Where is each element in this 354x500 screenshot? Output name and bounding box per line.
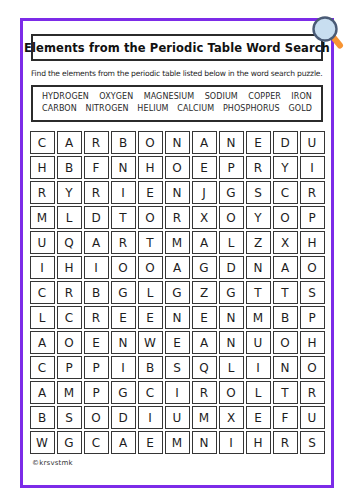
grid-cell[interactable]: M: [246, 306, 271, 329]
grid-cell[interactable]: D: [84, 206, 109, 229]
grid-cell[interactable]: E: [165, 331, 190, 354]
grid-cell[interactable]: D: [219, 256, 244, 279]
grid-cell[interactable]: A: [30, 331, 55, 354]
grid-cell[interactable]: C: [30, 281, 55, 304]
grid-cell[interactable]: C: [84, 431, 109, 454]
grid-cell[interactable]: N: [219, 306, 244, 329]
word-bank-row: CARBONNITROGENHELIUMCALCIUMPHOSPHORUSGOL…: [42, 103, 312, 115]
word-bank-word: CALCIUM: [177, 103, 214, 115]
grid-cell[interactable]: T: [111, 206, 136, 229]
grid-cell[interactable]: E: [138, 431, 163, 454]
word-bank-word: OXYGEN: [99, 91, 133, 103]
grid-cell[interactable]: O: [84, 406, 109, 429]
word-bank-word: PHOSPHORUS: [223, 103, 280, 115]
grid-cell[interactable]: O: [219, 381, 244, 404]
page-title: Elements from the Periodic Table Word Se…: [24, 41, 330, 55]
grid-cell[interactable]: W: [30, 431, 55, 454]
grid-cell[interactable]: M: [165, 431, 190, 454]
grid-cell[interactable]: L: [246, 381, 271, 404]
grid-cell[interactable]: O: [300, 356, 325, 379]
grid-cell[interactable]: R: [273, 431, 298, 454]
grid-cell[interactable]: T: [138, 231, 163, 254]
grid-cell[interactable]: S: [300, 431, 325, 454]
grid-cell[interactable]: M: [192, 406, 217, 429]
grid-cell[interactable]: N: [111, 331, 136, 354]
grid-cell[interactable]: H: [246, 431, 271, 454]
word-bank-word: COPPER: [248, 91, 281, 103]
word-bank-word: SODIUM: [205, 91, 238, 103]
grid-cell[interactable]: B: [30, 406, 55, 429]
grid-cell[interactable]: P: [300, 306, 325, 329]
grid-cell[interactable]: C: [30, 356, 55, 379]
grid-cell[interactable]: G: [192, 256, 217, 279]
grid-cell[interactable]: N: [192, 431, 217, 454]
grid-cell[interactable]: T: [246, 281, 271, 304]
grid-cell[interactable]: N: [165, 131, 190, 154]
grid-cell[interactable]: J: [192, 181, 217, 204]
grid-cell[interactable]: N: [273, 356, 298, 379]
grid-cell[interactable]: E: [246, 406, 271, 429]
grid-cell[interactable]: A: [192, 331, 217, 354]
grid-cell[interactable]: T: [273, 381, 298, 404]
grid-cell[interactable]: X: [192, 206, 217, 229]
grid-cell[interactable]: E: [192, 156, 217, 179]
grid-cell[interactable]: A: [192, 131, 217, 154]
grid-cell[interactable]: P: [84, 381, 109, 404]
grid-cell[interactable]: R: [192, 381, 217, 404]
grid-cell[interactable]: Q: [57, 231, 82, 254]
grid-cell[interactable]: A: [273, 256, 298, 279]
word-bank-word: MAGNESIUM: [144, 91, 195, 103]
grid-cell[interactable]: M: [57, 381, 82, 404]
grid-cell[interactable]: S: [300, 281, 325, 304]
grid-cell[interactable]: A: [30, 381, 55, 404]
grid-cell[interactable]: I: [138, 406, 163, 429]
grid-cell[interactable]: G: [57, 431, 82, 454]
grid-cell[interactable]: O: [111, 256, 136, 279]
grid-cell[interactable]: G: [165, 281, 190, 304]
grid-cell[interactable]: U: [300, 406, 325, 429]
grid-cell[interactable]: A: [84, 231, 109, 254]
grid-cell[interactable]: L: [219, 231, 244, 254]
grid-cell[interactable]: R: [30, 181, 55, 204]
grid-cell[interactable]: T: [273, 281, 298, 304]
grid-cell[interactable]: Z: [192, 281, 217, 304]
grid-cell[interactable]: O: [273, 206, 298, 229]
grid-cell[interactable]: S: [165, 356, 190, 379]
grid-cell[interactable]: H: [138, 156, 163, 179]
word-bank-word: CARBON: [42, 103, 77, 115]
grid-cell[interactable]: N: [165, 181, 190, 204]
grid-cell[interactable]: F: [84, 156, 109, 179]
grid-cell[interactable]: U: [30, 231, 55, 254]
grid-cell[interactable]: L: [30, 306, 55, 329]
grid-cell[interactable]: E: [84, 331, 109, 354]
grid-cell[interactable]: O: [165, 156, 190, 179]
grid-cell[interactable]: C: [57, 306, 82, 329]
grid-cell[interactable]: Y: [57, 181, 82, 204]
grid-cell[interactable]: O: [273, 331, 298, 354]
grid-cell[interactable]: E: [246, 131, 271, 154]
grid-cell[interactable]: C: [273, 181, 298, 204]
grid-cell[interactable]: A: [57, 131, 82, 154]
grid-cell[interactable]: I: [165, 381, 190, 404]
grid-cell[interactable]: Q: [192, 356, 217, 379]
grid-cell[interactable]: E: [192, 306, 217, 329]
magnifier-icon: [302, 10, 350, 56]
grid-cell[interactable]: B: [273, 306, 298, 329]
grid-cell[interactable]: I: [111, 356, 136, 379]
grid-cell[interactable]: O: [57, 331, 82, 354]
grid-cell[interactable]: I: [246, 356, 271, 379]
grid-cell[interactable]: U: [165, 406, 190, 429]
grid-cell[interactable]: I: [111, 181, 136, 204]
grid-cell[interactable]: Y: [246, 206, 271, 229]
grid-cell[interactable]: H: [300, 331, 325, 354]
grid-cell[interactable]: R: [165, 206, 190, 229]
grid-cell[interactable]: G: [219, 281, 244, 304]
grid-cell[interactable]: H: [300, 231, 325, 254]
grid-cell[interactable]: L: [57, 206, 82, 229]
grid-cell[interactable]: N: [165, 306, 190, 329]
word-bank-word: IRON: [291, 91, 312, 103]
word-bank-word: HYDROGEN: [42, 91, 89, 103]
grid-cell[interactable]: H: [57, 256, 82, 279]
grid-cell[interactable]: F: [273, 406, 298, 429]
page-frame: Elements from the Periodic Table Word Se…: [20, 18, 334, 488]
grid-cell[interactable]: M: [165, 231, 190, 254]
grid-cell[interactable]: X: [273, 231, 298, 254]
instructions-text: Find the elements from the periodic tabl…: [31, 69, 323, 78]
grid-cell[interactable]: G: [111, 381, 136, 404]
grid-cell[interactable]: A: [111, 431, 136, 454]
grid-cell[interactable]: D: [273, 131, 298, 154]
grid-cell[interactable]: R: [84, 131, 109, 154]
word-bank-word: NITROGEN: [86, 103, 129, 115]
grid-cell[interactable]: U: [246, 331, 271, 354]
grid-cell[interactable]: B: [57, 156, 82, 179]
grid-cell[interactable]: A: [165, 256, 190, 279]
grid-cell[interactable]: P: [300, 206, 325, 229]
copyright-credit: ©krsvstmk: [32, 459, 331, 467]
worksheet: Elements from the Periodic Table Word Se…: [23, 34, 331, 498]
grid-cell[interactable]: I: [300, 156, 325, 179]
grid-cell[interactable]: O: [138, 206, 163, 229]
grid-cell[interactable]: I: [219, 431, 244, 454]
grid-cell[interactable]: Y: [273, 156, 298, 179]
grid-cell[interactable]: R: [300, 381, 325, 404]
word-search-grid: CARBONANEDUHBFNHOEPRYIRYRIENJGSCRMLDTORX…: [30, 131, 325, 454]
grid-cell[interactable]: O: [300, 256, 325, 279]
grid-cell[interactable]: A: [192, 231, 217, 254]
grid-cell[interactable]: B: [111, 131, 136, 154]
word-bank-row: HYDROGENOXYGENMAGNESIUMSODIUMCOPPERIRON: [42, 91, 312, 103]
grid-cell[interactable]: N: [111, 156, 136, 179]
grid-cell[interactable]: R: [57, 281, 82, 304]
grid-cell[interactable]: N: [219, 131, 244, 154]
grid-cell[interactable]: R: [300, 181, 325, 204]
word-bank-word: GOLD: [288, 103, 312, 115]
grid-cell[interactable]: E: [111, 306, 136, 329]
grid-cell[interactable]: M: [30, 206, 55, 229]
grid-cell[interactable]: I: [30, 256, 55, 279]
grid-cell[interactable]: N: [219, 331, 244, 354]
grid-cell[interactable]: U: [300, 131, 325, 154]
grid-cell[interactable]: R: [84, 181, 109, 204]
grid-cell[interactable]: R: [111, 231, 136, 254]
grid-cell[interactable]: S: [246, 181, 271, 204]
title-box: Elements from the Periodic Table Word Se…: [31, 34, 323, 61]
grid-cell[interactable]: R: [246, 156, 271, 179]
grid-cell[interactable]: E: [138, 181, 163, 204]
grid-cell[interactable]: D: [111, 406, 136, 429]
grid-cell[interactable]: L: [219, 356, 244, 379]
grid-cell[interactable]: S: [57, 406, 82, 429]
grid-cell[interactable]: G: [219, 181, 244, 204]
grid-cell[interactable]: E: [138, 306, 163, 329]
word-bank-word: HELIUM: [137, 103, 168, 115]
grid-cell[interactable]: L: [138, 281, 163, 304]
grid-cell[interactable]: G: [111, 281, 136, 304]
grid-cell[interactable]: Z: [246, 231, 271, 254]
grid-cell[interactable]: O: [219, 206, 244, 229]
grid-cell[interactable]: O: [138, 131, 163, 154]
grid-cell[interactable]: X: [219, 406, 244, 429]
grid-cell[interactable]: C: [138, 381, 163, 404]
grid-cell[interactable]: R: [84, 306, 109, 329]
grid-cell[interactable]: W: [138, 331, 163, 354]
grid-cell[interactable]: P: [57, 356, 82, 379]
grid-cell[interactable]: H: [30, 156, 55, 179]
grid-cell[interactable]: B: [138, 356, 163, 379]
grid-cell[interactable]: O: [138, 256, 163, 279]
grid-cell[interactable]: C: [30, 131, 55, 154]
grid-cell[interactable]: P: [219, 156, 244, 179]
word-bank: HYDROGENOXYGENMAGNESIUMSODIUMCOPPERIRON …: [31, 85, 323, 122]
grid-cell[interactable]: P: [84, 356, 109, 379]
grid-cell[interactable]: B: [84, 281, 109, 304]
grid-cell[interactable]: I: [84, 256, 109, 279]
grid-cell[interactable]: N: [246, 256, 271, 279]
